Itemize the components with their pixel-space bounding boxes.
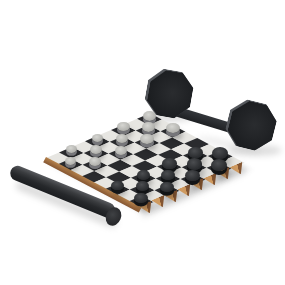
roller-right-face	[224, 97, 282, 155]
roller-end-cap-right	[222, 96, 280, 154]
product-photo-scene	[0, 0, 285, 285]
